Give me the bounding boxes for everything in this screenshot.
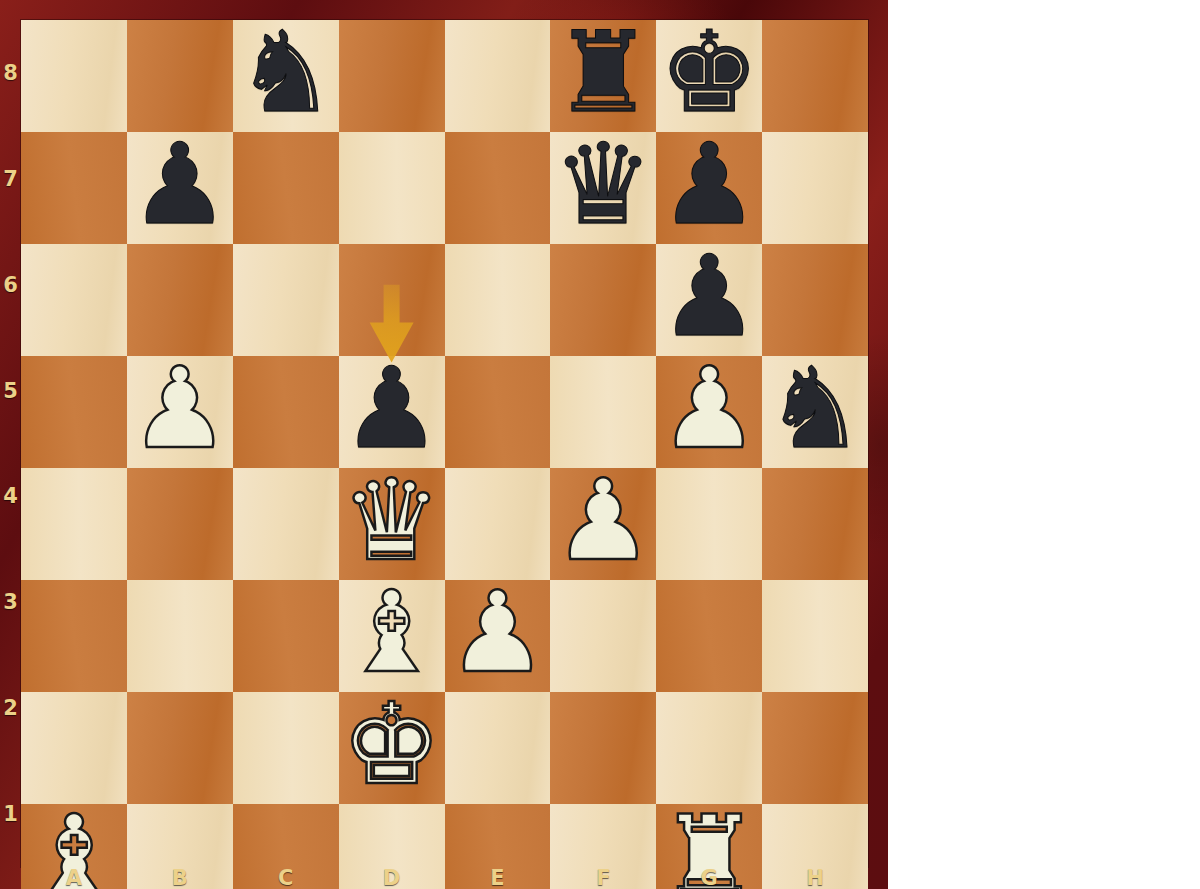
rank-label-6: 6 <box>0 232 21 338</box>
black-knight[interactable]: ♞ <box>765 352 865 464</box>
square-d3[interactable]: ♝ <box>339 580 445 692</box>
rank-label-2: 2 <box>0 655 21 761</box>
black-knight[interactable]: ♞ <box>235 16 335 128</box>
square-h3[interactable] <box>762 580 868 692</box>
black-pawn[interactable]: ♟ <box>659 240 759 352</box>
file-label-b: B <box>127 867 233 889</box>
square-g8[interactable]: ♚ <box>656 20 762 132</box>
square-f4[interactable]: ♟ <box>550 468 656 580</box>
page: ♞♜♚♟♛♟♟♟♟♟♞♛♟♝♟♚♝♜ 87654321ABCDEFGH <box>0 0 1200 889</box>
square-b7[interactable]: ♟ <box>127 132 233 244</box>
white-bishop[interactable]: ♝ <box>341 576 441 688</box>
square-h5[interactable]: ♞ <box>762 356 868 468</box>
square-f3[interactable] <box>550 580 656 692</box>
rank-label-4: 4 <box>0 444 21 550</box>
square-g2[interactable] <box>656 692 762 804</box>
square-g5[interactable]: ♟ <box>656 356 762 468</box>
file-label-h: H <box>762 867 868 889</box>
square-e5[interactable] <box>445 356 551 468</box>
square-h2[interactable] <box>762 692 868 804</box>
square-d2[interactable]: ♚ <box>339 692 445 804</box>
square-d6[interactable] <box>339 244 445 356</box>
square-e8[interactable] <box>445 20 551 132</box>
square-h4[interactable] <box>762 468 868 580</box>
square-c5[interactable] <box>233 356 339 468</box>
square-a2[interactable] <box>21 692 127 804</box>
square-c7[interactable] <box>233 132 339 244</box>
square-e3[interactable]: ♟ <box>445 580 551 692</box>
chess-board: ♞♜♚♟♛♟♟♟♟♟♞♛♟♝♟♚♝♜ <box>21 20 868 867</box>
white-king[interactable]: ♚ <box>341 688 441 800</box>
white-pawn[interactable]: ♟ <box>659 352 759 464</box>
black-rook[interactable]: ♜ <box>553 16 653 128</box>
square-c3[interactable] <box>233 580 339 692</box>
rank-label-5: 5 <box>0 338 21 444</box>
white-pawn[interactable]: ♟ <box>447 576 547 688</box>
square-f5[interactable] <box>550 356 656 468</box>
file-label-g: G <box>656 867 762 889</box>
rank-label-7: 7 <box>0 126 21 232</box>
white-queen[interactable]: ♛ <box>341 464 441 576</box>
square-e7[interactable] <box>445 132 551 244</box>
black-pawn[interactable]: ♟ <box>341 352 441 464</box>
square-a5[interactable] <box>21 356 127 468</box>
square-c6[interactable] <box>233 244 339 356</box>
square-e4[interactable] <box>445 468 551 580</box>
white-pawn[interactable]: ♟ <box>553 464 653 576</box>
square-c8[interactable]: ♞ <box>233 20 339 132</box>
black-king[interactable]: ♚ <box>659 16 759 128</box>
square-d5[interactable]: ♟ <box>339 356 445 468</box>
file-label-e: E <box>445 867 551 889</box>
file-label-c: C <box>233 867 339 889</box>
rank-label-8: 8 <box>0 20 21 126</box>
square-e2[interactable] <box>445 692 551 804</box>
file-label-d: D <box>339 867 445 889</box>
square-c2[interactable] <box>233 692 339 804</box>
square-e6[interactable] <box>445 244 551 356</box>
square-b4[interactable] <box>127 468 233 580</box>
rank-label-1: 1 <box>0 761 21 867</box>
square-g6[interactable]: ♟ <box>656 244 762 356</box>
square-h8[interactable] <box>762 20 868 132</box>
square-g7[interactable]: ♟ <box>656 132 762 244</box>
file-label-f: F <box>550 867 656 889</box>
square-b3[interactable] <box>127 580 233 692</box>
square-d7[interactable] <box>339 132 445 244</box>
square-c4[interactable] <box>233 468 339 580</box>
square-b6[interactable] <box>127 244 233 356</box>
square-g4[interactable] <box>656 468 762 580</box>
square-a6[interactable] <box>21 244 127 356</box>
file-label-a: A <box>21 867 127 889</box>
rank-label-3: 3 <box>0 549 21 655</box>
black-queen[interactable]: ♛ <box>553 128 653 240</box>
square-a4[interactable] <box>21 468 127 580</box>
square-h6[interactable] <box>762 244 868 356</box>
square-a3[interactable] <box>21 580 127 692</box>
square-f7[interactable]: ♛ <box>550 132 656 244</box>
square-f2[interactable] <box>550 692 656 804</box>
square-h7[interactable] <box>762 132 868 244</box>
square-a7[interactable] <box>21 132 127 244</box>
square-d8[interactable] <box>339 20 445 132</box>
black-pawn[interactable]: ♟ <box>659 128 759 240</box>
square-f6[interactable] <box>550 244 656 356</box>
square-b8[interactable] <box>127 20 233 132</box>
square-d4[interactable]: ♛ <box>339 468 445 580</box>
square-g3[interactable] <box>656 580 762 692</box>
square-b2[interactable] <box>127 692 233 804</box>
square-f8[interactable]: ♜ <box>550 20 656 132</box>
square-b5[interactable]: ♟ <box>127 356 233 468</box>
black-pawn[interactable]: ♟ <box>130 128 230 240</box>
square-a8[interactable] <box>21 20 127 132</box>
white-pawn[interactable]: ♟ <box>130 352 230 464</box>
